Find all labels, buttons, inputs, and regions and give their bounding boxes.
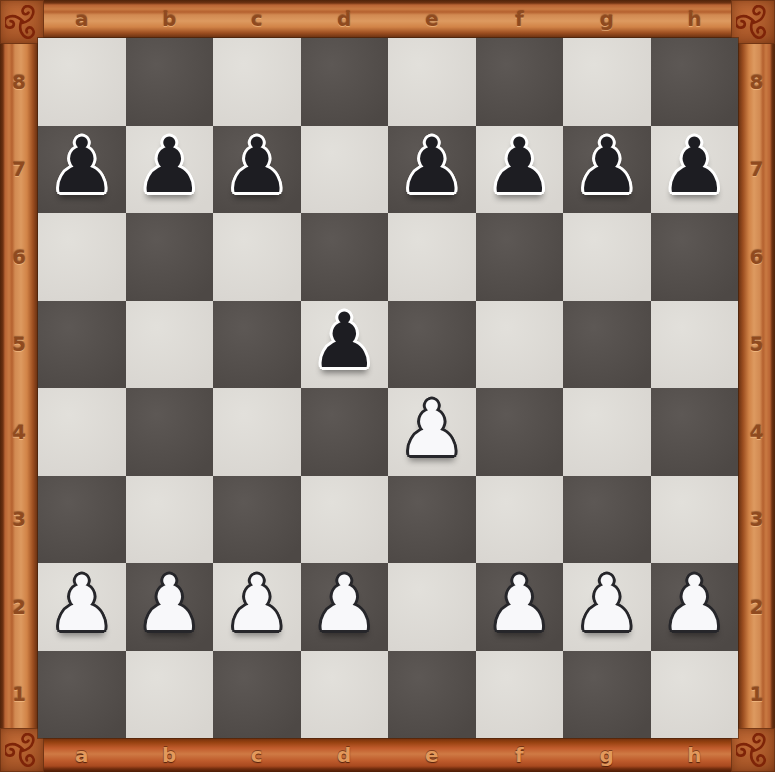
square-c8[interactable]	[213, 38, 301, 126]
square-d4[interactable]	[301, 388, 389, 476]
white-pawn[interactable]: ♟	[310, 566, 378, 642]
file-label-top-g: g	[563, 0, 651, 38]
square-h4[interactable]	[651, 388, 739, 476]
rank-label-left-8: 8	[0, 38, 38, 126]
black-pawn[interactable]: ♟	[310, 303, 378, 379]
square-f3[interactable]	[476, 476, 564, 564]
square-e1[interactable]	[388, 651, 476, 739]
square-a7[interactable]: ♟	[38, 126, 126, 214]
square-e4[interactable]: ♟	[388, 388, 476, 476]
white-pawn[interactable]: ♟	[573, 566, 641, 642]
rank-label-left-5: 5	[0, 301, 38, 389]
square-e6[interactable]	[388, 213, 476, 301]
square-a5[interactable]	[38, 301, 126, 389]
square-a3[interactable]	[38, 476, 126, 564]
file-label-top-a: a	[38, 0, 126, 38]
square-e5[interactable]	[388, 301, 476, 389]
chess-app-window: abcdefgh abcdefgh 87654321 87654321 ♟♟♟♟…	[0, 0, 775, 772]
rank-label-right-6: 6	[738, 213, 775, 301]
square-e3[interactable]	[388, 476, 476, 564]
rank-label-right-5: 5	[738, 301, 775, 389]
file-label-top-e: e	[388, 0, 476, 38]
square-h6[interactable]	[651, 213, 739, 301]
square-c6[interactable]	[213, 213, 301, 301]
triskele-ornament-icon	[736, 5, 770, 39]
square-g1[interactable]	[563, 651, 651, 739]
file-label-bottom-c: c	[213, 738, 301, 772]
square-d2[interactable]: ♟	[301, 563, 389, 651]
triskele-ornament-icon	[736, 733, 770, 767]
file-label-top-h: h	[651, 0, 739, 38]
square-g7[interactable]: ♟	[563, 126, 651, 214]
black-pawn[interactable]: ♟	[48, 128, 116, 204]
square-f8[interactable]	[476, 38, 564, 126]
rank-label-left-6: 6	[0, 213, 38, 301]
square-a4[interactable]	[38, 388, 126, 476]
rank-label-left-4: 4	[0, 388, 38, 476]
square-d3[interactable]	[301, 476, 389, 564]
square-h3[interactable]	[651, 476, 739, 564]
rank-label-right-4: 4	[738, 388, 775, 476]
square-b2[interactable]: ♟	[126, 563, 214, 651]
file-label-bottom-d: d	[301, 738, 389, 772]
square-f4[interactable]	[476, 388, 564, 476]
square-a2[interactable]: ♟	[38, 563, 126, 651]
rank-label-left-2: 2	[0, 563, 38, 651]
rank-label-left-3: 3	[0, 476, 38, 564]
square-f1[interactable]	[476, 651, 564, 739]
file-label-bottom-g: g	[563, 738, 651, 772]
triskele-ornament-icon	[5, 733, 39, 767]
file-labels-bottom: abcdefgh	[38, 738, 738, 772]
black-pawn[interactable]: ♟	[573, 128, 641, 204]
rank-label-right-2: 2	[738, 563, 775, 651]
square-e7[interactable]: ♟	[388, 126, 476, 214]
square-b8[interactable]	[126, 38, 214, 126]
triskele-ornament-icon	[5, 5, 39, 39]
square-b1[interactable]	[126, 651, 214, 739]
square-b7[interactable]: ♟	[126, 126, 214, 214]
square-g6[interactable]	[563, 213, 651, 301]
square-f6[interactable]	[476, 213, 564, 301]
square-h7[interactable]: ♟	[651, 126, 739, 214]
square-f2[interactable]: ♟	[476, 563, 564, 651]
file-label-bottom-h: h	[651, 738, 739, 772]
white-pawn[interactable]: ♟	[485, 566, 553, 642]
square-d1[interactable]	[301, 651, 389, 739]
rank-labels-left: 87654321	[0, 38, 38, 738]
square-b5[interactable]	[126, 301, 214, 389]
square-b4[interactable]	[126, 388, 214, 476]
black-pawn[interactable]: ♟	[135, 128, 203, 204]
white-pawn[interactable]: ♟	[48, 566, 116, 642]
square-e2[interactable]	[388, 563, 476, 651]
square-f5[interactable]	[476, 301, 564, 389]
square-a8[interactable]	[38, 38, 126, 126]
square-h1[interactable]	[651, 651, 739, 739]
square-c4[interactable]	[213, 388, 301, 476]
square-g2[interactable]: ♟	[563, 563, 651, 651]
black-pawn[interactable]: ♟	[660, 128, 728, 204]
square-b3[interactable]	[126, 476, 214, 564]
file-label-bottom-e: e	[388, 738, 476, 772]
square-c5[interactable]	[213, 301, 301, 389]
file-label-top-d: d	[301, 0, 389, 38]
rank-label-right-1: 1	[738, 651, 775, 739]
square-g8[interactable]	[563, 38, 651, 126]
file-label-top-b: b	[126, 0, 214, 38]
square-d8[interactable]	[301, 38, 389, 126]
square-f7[interactable]: ♟	[476, 126, 564, 214]
rank-label-right-7: 7	[738, 126, 775, 214]
black-pawn[interactable]: ♟	[398, 128, 466, 204]
black-pawn[interactable]: ♟	[223, 128, 291, 204]
file-label-bottom-f: f	[476, 738, 564, 772]
square-a6[interactable]	[38, 213, 126, 301]
square-c7[interactable]: ♟	[213, 126, 301, 214]
square-d6[interactable]	[301, 213, 389, 301]
file-labels-top: abcdefgh	[38, 0, 738, 38]
white-pawn[interactable]: ♟	[135, 566, 203, 642]
square-c3[interactable]	[213, 476, 301, 564]
square-g5[interactable]	[563, 301, 651, 389]
white-pawn[interactable]: ♟	[398, 391, 466, 467]
square-c2[interactable]: ♟	[213, 563, 301, 651]
square-b6[interactable]	[126, 213, 214, 301]
file-label-bottom-a: a	[38, 738, 126, 772]
rank-label-left-7: 7	[0, 126, 38, 214]
rank-label-right-3: 3	[738, 476, 775, 564]
square-a1[interactable]	[38, 651, 126, 739]
black-pawn[interactable]: ♟	[485, 128, 553, 204]
rank-label-left-1: 1	[0, 651, 38, 739]
square-h8[interactable]	[651, 38, 739, 126]
white-pawn[interactable]: ♟	[223, 566, 291, 642]
square-e8[interactable]	[388, 38, 476, 126]
file-label-top-f: f	[476, 0, 564, 38]
rank-labels-right: 87654321	[738, 38, 775, 738]
white-pawn[interactable]: ♟	[660, 566, 728, 642]
file-label-bottom-b: b	[126, 738, 214, 772]
rank-label-right-8: 8	[738, 38, 775, 126]
square-h5[interactable]	[651, 301, 739, 389]
square-g4[interactable]	[563, 388, 651, 476]
square-g3[interactable]	[563, 476, 651, 564]
square-c1[interactable]	[213, 651, 301, 739]
square-h2[interactable]: ♟	[651, 563, 739, 651]
square-d7[interactable]	[301, 126, 389, 214]
chess-board: ♟♟♟♟♟♟♟♟♟♟♟♟♟♟♟♟	[38, 38, 738, 738]
file-label-top-c: c	[213, 0, 301, 38]
square-d5[interactable]: ♟	[301, 301, 389, 389]
